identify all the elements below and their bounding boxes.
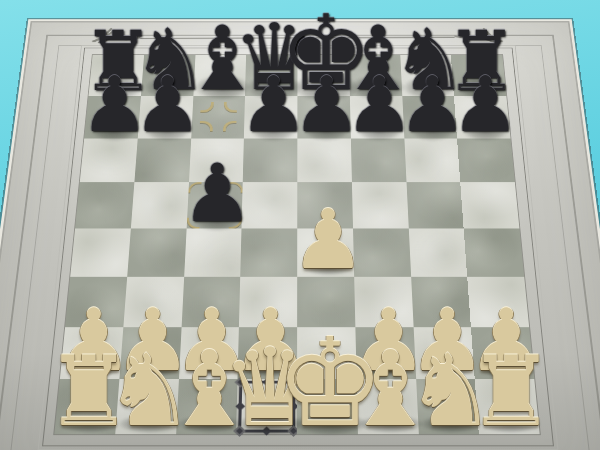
- piece-white-pawn-e4[interactable]: ♟: [287, 199, 369, 281]
- chess-game-view: ♜♞♝♛♚♝♞♜♟♟♟♟♟♟♟♟♟♟♟♟♟♟♟♟♜♞♝♛♚♝♞♜: [0, 0, 600, 450]
- piece-black-pawn-c5[interactable]: ♟: [177, 153, 257, 233]
- piece-black-pawn-b7[interactable]: ♟: [129, 67, 206, 144]
- piece-white-rook-h1[interactable]: ♜: [463, 344, 560, 441]
- pieces-layer: ♜♞♝♛♚♝♞♜♟♟♟♟♟♟♟♟♟♟♟♟♟♟♟♟♜♞♝♛♚♝♞♜: [0, 0, 600, 450]
- piece-black-pawn-h7[interactable]: ♟: [447, 67, 524, 144]
